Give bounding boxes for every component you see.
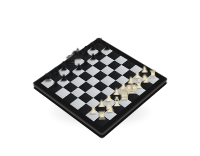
chess-set-photo: ♜♞♝♛♚♝♞♜♟♟♟♟♟♟♟♟♟♟♟♟♟♟♟♟♜♞♝♛♚♝♞♜ [0, 0, 200, 156]
square-h1: ♜ [145, 74, 160, 84]
